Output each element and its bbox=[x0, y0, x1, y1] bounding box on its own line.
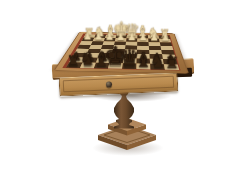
board-square bbox=[137, 42, 149, 46]
board-frame: ♜♞♝♚♛♝♞♜♟♟♟♟♟♟♟♟♟♟♟♟♟♟♟♟♜♞♝♚♛♝♞♜ bbox=[53, 32, 189, 74]
chess-board: ♜♞♝♚♛♝♞♜♟♟♟♟♟♟♟♟♟♟♟♟♟♟♟♟♜♞♝♚♛♝♞♜ bbox=[66, 34, 179, 70]
board-square: ♚ bbox=[108, 63, 123, 69]
board-square: ♛ bbox=[122, 63, 136, 69]
board-square: ♞ bbox=[150, 64, 165, 70]
board-square bbox=[137, 46, 149, 50]
board-square: ♝ bbox=[136, 64, 150, 70]
board-border-band: ♜♞♝♚♛♝♞♜♟♟♟♟♟♟♟♟♟♟♟♟♟♟♟♟♜♞♝♚♛♝♞♜ bbox=[62, 34, 180, 71]
board-tilt: ♜♞♝♚♛♝♞♜♟♟♟♟♟♟♟♟♟♟♟♟♟♟♟♟♜♞♝♚♛♝♞♜ bbox=[53, 32, 189, 74]
board-square bbox=[137, 50, 150, 55]
chess-board-3d: ♜♞♝♚♛♝♞♜♟♟♟♟♟♟♟♟♟♟♟♟♟♟♟♟♜♞♝♚♛♝♞♜ bbox=[68, 0, 180, 105]
board-square bbox=[77, 45, 91, 49]
board-square: ♜ bbox=[164, 64, 179, 70]
chess-table-photo: ♜♞♝♚♛♝♞♜♟♟♟♟♟♟♟♟♟♟♟♟♟♟♟♟♜♞♝♚♛♝♞♜ bbox=[0, 0, 250, 180]
board-square bbox=[101, 45, 114, 49]
